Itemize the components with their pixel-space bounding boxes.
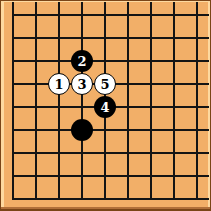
grid-line-vertical [35, 2, 37, 200]
stone-label: 5 [100, 78, 109, 91]
stone-black-2: 2 [71, 50, 93, 72]
board-frame-shadow-dark [1, 209, 210, 211]
go-diagram: 21354 [0, 0, 211, 211]
grid-line-horizontal [12, 60, 209, 62]
stone-label: 2 [77, 55, 86, 68]
stone-label: 4 [100, 101, 109, 114]
grid-line-vertical [150, 2, 152, 200]
stone-black-4: 4 [94, 96, 116, 118]
grid-line-vertical [12, 2, 14, 200]
grid-line-vertical [58, 2, 60, 200]
grid-line-horizontal [12, 14, 209, 16]
grid-line-vertical [173, 2, 175, 200]
grid-line-vertical [81, 2, 83, 200]
stone-white-3: 3 [71, 73, 93, 95]
stone-white-1: 1 [48, 73, 70, 95]
grid-line-horizontal [12, 175, 209, 177]
stone-white-5: 5 [94, 73, 116, 95]
grid-line-vertical [196, 2, 198, 200]
grid-line-horizontal [12, 129, 209, 131]
grid-line-vertical [127, 2, 129, 200]
grid-line-horizontal [12, 152, 209, 154]
stone-label: 1 [54, 78, 63, 91]
stone-label: 3 [77, 78, 86, 91]
stone-black-unlabeled [71, 119, 93, 141]
grid-line-horizontal [12, 37, 209, 39]
grid-line-horizontal [12, 198, 209, 200]
